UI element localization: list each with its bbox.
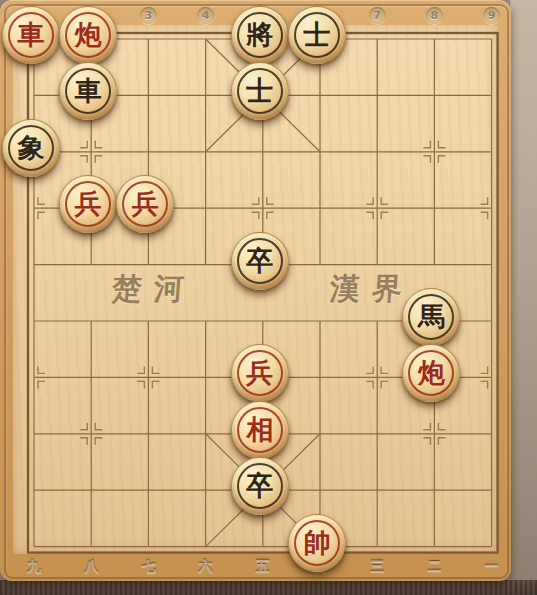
piece-character: 兵	[60, 176, 116, 232]
piece-black-general[interactable]: 將	[231, 6, 289, 64]
file-label-top-4: 4	[197, 7, 214, 24]
xiangqi-screen: 楚河 漢界 123456789九八七六五四三二一車炮將士車士象兵兵卒馬兵炮相卒帥	[0, 0, 537, 595]
file-label-bottom-9: 一	[481, 557, 503, 575]
piece-character: 士	[289, 7, 345, 63]
piece-red-pawn[interactable]: 兵	[116, 175, 174, 233]
file-label-bottom-5: 五	[252, 557, 274, 575]
background-right-strip	[510, 0, 537, 595]
file-label-bottom-3: 七	[137, 557, 159, 575]
file-label-bottom-2: 八	[80, 557, 102, 575]
piece-character: 炮	[60, 7, 116, 63]
piece-character: 炮	[403, 345, 459, 401]
piece-black-pawn[interactable]: 卒	[231, 232, 289, 290]
file-label-bottom-7: 三	[366, 557, 388, 575]
background-bottom-strip	[0, 580, 537, 595]
piece-character: 卒	[232, 233, 288, 289]
piece-character: 兵	[117, 176, 173, 232]
file-label-top-9: 9	[483, 7, 500, 24]
piece-character: 將	[232, 7, 288, 63]
piece-character: 車	[3, 7, 59, 63]
file-label-top-7: 7	[369, 7, 386, 24]
piece-red-cannon[interactable]: 炮	[59, 6, 117, 64]
piece-red-general[interactable]: 帥	[288, 514, 346, 572]
piece-character: 車	[60, 63, 116, 119]
piece-red-pawn[interactable]: 兵	[231, 344, 289, 402]
piece-character: 兵	[232, 345, 288, 401]
piece-red-elephant[interactable]: 相	[231, 401, 289, 459]
file-label-top-8: 8	[426, 7, 443, 24]
piece-black-advisor[interactable]: 士	[288, 6, 346, 64]
xiangqi-board[interactable]: 楚河 漢界 123456789九八七六五四三二一車炮將士車士象兵兵卒馬兵炮相卒帥	[0, 0, 511, 581]
piece-black-elephant[interactable]: 象	[2, 119, 60, 177]
piece-black-advisor[interactable]: 士	[231, 62, 289, 120]
piece-character: 帥	[289, 515, 345, 571]
piece-character: 象	[3, 120, 59, 176]
piece-black-horse[interactable]: 馬	[402, 288, 460, 346]
piece-character: 相	[232, 402, 288, 458]
piece-character: 馬	[403, 289, 459, 345]
piece-black-chariot[interactable]: 車	[59, 62, 117, 120]
piece-red-cannon[interactable]: 炮	[402, 344, 460, 402]
file-label-bottom-1: 九	[23, 557, 45, 575]
file-label-bottom-8: 二	[423, 557, 445, 575]
piece-character: 士	[232, 63, 288, 119]
piece-character: 卒	[232, 458, 288, 514]
file-label-top-3: 3	[140, 7, 157, 24]
piece-red-pawn[interactable]: 兵	[59, 175, 117, 233]
file-label-bottom-4: 六	[195, 557, 217, 575]
piece-black-pawn[interactable]: 卒	[231, 457, 289, 515]
piece-red-chariot[interactable]: 車	[2, 6, 60, 64]
